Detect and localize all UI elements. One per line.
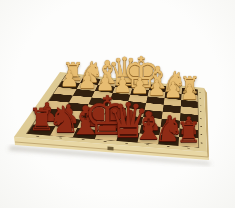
square-b8 <box>158 135 179 146</box>
square-c8 <box>138 133 160 144</box>
frame-coordinate-mark <box>200 118 202 119</box>
frame-coordinate-mark <box>200 126 202 127</box>
frame-coordinate-mark <box>59 137 62 138</box>
frame-coordinate-mark <box>200 111 201 112</box>
frame-coordinate-mark <box>201 134 203 135</box>
frame-coordinate-mark <box>167 146 170 147</box>
frame-coordinate-mark <box>125 143 128 144</box>
square-a8 <box>178 137 198 148</box>
square-d8 <box>116 132 139 143</box>
frame-coordinate-mark <box>200 105 201 106</box>
frame-coordinate-mark <box>200 98 201 99</box>
square-e8 <box>95 130 119 141</box>
frame-coordinate-mark <box>187 148 190 149</box>
frame-coordinate-mark <box>146 144 149 145</box>
frame-coordinate-mark <box>104 141 107 142</box>
frame-coordinate-mark <box>200 92 201 93</box>
frame-coordinate-mark <box>201 142 203 143</box>
chess-set-photo: ♜♞♝♛♚♝♞♜♟♟♟♟♟♟♟♟♟♟♟♟♟♟♟♟♜♞♝♚♛♝♞♜ <box>0 0 235 208</box>
board-side-face <box>108 147 114 151</box>
frame-coordinate-mark <box>36 136 40 137</box>
frame-coordinate-mark <box>81 139 84 140</box>
